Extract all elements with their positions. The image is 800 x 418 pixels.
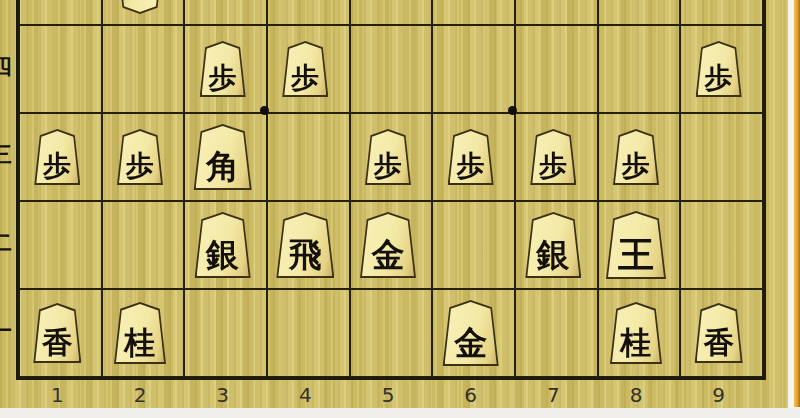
- board-square[interactable]: [19, 201, 102, 289]
- board-square[interactable]: [432, 25, 515, 113]
- shogi-piece-香[interactable]: 香: [695, 303, 743, 363]
- board-square[interactable]: [267, 113, 350, 201]
- piece-kanji: 銀: [527, 238, 579, 276]
- board-square[interactable]: [102, 25, 185, 113]
- shogi-piece-歩[interactable]: 歩: [613, 129, 659, 185]
- board-square[interactable]: [515, 289, 598, 377]
- shogi-piece-歩[interactable]: 歩: [365, 129, 411, 185]
- board-square[interactable]: [598, 25, 681, 113]
- piece-kanji: 桂: [612, 326, 660, 362]
- side-panel-edge: [794, 0, 800, 407]
- file-label: 5: [368, 383, 408, 407]
- shogi-piece-歩[interactable]: 歩: [34, 129, 80, 185]
- board-square[interactable]: [19, 25, 102, 113]
- piece-kanji: 銀: [197, 238, 249, 276]
- shogi-piece-飛[interactable]: 飛: [276, 212, 334, 278]
- hoshi-dot: [508, 106, 517, 115]
- rank-label: 三: [0, 140, 13, 170]
- board-square[interactable]: [19, 0, 102, 25]
- shogi-piece-銀[interactable]: 銀: [195, 212, 251, 278]
- shogi-piece-歩[interactable]: 歩: [696, 41, 742, 97]
- shogi-piece-銀[interactable]: 銀: [525, 212, 581, 278]
- board-square[interactable]: [267, 289, 350, 377]
- hoshi-dot: [260, 106, 269, 115]
- shogi-piece-金[interactable]: 金: [443, 300, 499, 366]
- piece-kanji: 歩: [36, 151, 78, 183]
- board-square[interactable]: [184, 289, 267, 377]
- file-label: 3: [203, 383, 243, 407]
- piece-kanji: 歩: [698, 63, 740, 95]
- piece-kanji: 王: [608, 236, 664, 277]
- rank-label: 一: [0, 316, 13, 346]
- file-label: 8: [616, 383, 656, 407]
- shogi-piece-歩[interactable]: 歩: [200, 41, 246, 97]
- piece-kanji: 角: [196, 150, 250, 188]
- file-label: 1: [37, 383, 77, 407]
- board-square[interactable]: [515, 25, 598, 113]
- file-label: 4: [285, 383, 325, 407]
- shogi-piece-桂[interactable]: 桂: [610, 302, 662, 364]
- board-square[interactable]: [432, 0, 515, 25]
- piece-kanji: 金: [445, 326, 497, 364]
- piece-kanji: 香: [697, 327, 741, 362]
- shogi-app-viewport: 歩歩歩歩歩角歩歩歩歩銀飛金銀王香桂金桂香四三二一123456789: [0, 0, 800, 418]
- shogi-piece-歩[interactable]: 歩: [282, 41, 328, 97]
- piece-kanji: 歩: [119, 151, 161, 183]
- file-label: 9: [699, 383, 739, 407]
- board-square[interactable]: [680, 113, 763, 201]
- piece-kanji: 歩: [615, 151, 657, 183]
- shogi-piece-桂[interactable]: 桂: [114, 302, 166, 364]
- piece-kanji: 歩: [284, 63, 326, 95]
- board-square[interactable]: [432, 201, 515, 289]
- shogi-piece-歩[interactable]: 歩: [448, 129, 494, 185]
- piece-kanji: 桂: [116, 326, 164, 362]
- board-square[interactable]: [680, 201, 763, 289]
- board-square[interactable]: [350, 25, 433, 113]
- board-square[interactable]: [102, 201, 185, 289]
- shogi-piece-歩[interactable]: 歩: [117, 129, 163, 185]
- piece-kanji: 歩: [532, 151, 574, 183]
- piece-kanji: 香: [35, 327, 79, 362]
- piece-kanji: 飛: [278, 238, 332, 276]
- rank-label: 二: [0, 228, 13, 258]
- piece-kanji: 金: [362, 238, 414, 276]
- shogi-piece-角[interactable]: 角: [194, 124, 252, 190]
- board-square[interactable]: [598, 0, 681, 25]
- file-label: 2: [120, 383, 160, 407]
- piece-kanji: 歩: [367, 151, 409, 183]
- piece-kanji: 歩: [450, 151, 492, 183]
- board-square[interactable]: [267, 0, 350, 25]
- shogi-piece-香[interactable]: 香: [33, 303, 81, 363]
- shogi-piece-王[interactable]: 王: [606, 211, 666, 279]
- piece-kanji: 歩: [202, 63, 244, 95]
- file-label: 7: [533, 383, 573, 407]
- board-square[interactable]: [515, 0, 598, 25]
- board-square[interactable]: [350, 0, 433, 25]
- board-square[interactable]: [680, 0, 763, 25]
- rank-label: 四: [0, 52, 13, 82]
- board-square[interactable]: [184, 0, 267, 25]
- shogi-piece-歩[interactable]: 歩: [530, 129, 576, 185]
- shogi-piece-金[interactable]: 金: [360, 212, 416, 278]
- file-label: 6: [451, 383, 491, 407]
- board-square[interactable]: [350, 289, 433, 377]
